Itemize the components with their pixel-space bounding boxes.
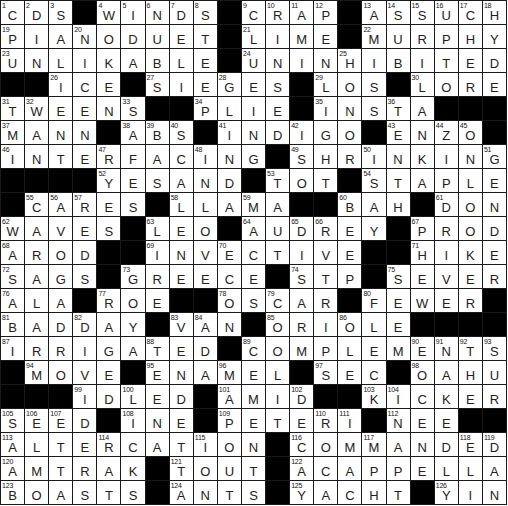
letter-cell-r16c14[interactable]: 97S (314, 361, 337, 384)
letter-cell-r5c15[interactable]: N (338, 97, 361, 120)
letter-cell-r12c11[interactable]: E (242, 265, 265, 288)
letter-cell-r19c8[interactable]: T (170, 433, 193, 456)
letter-cell-r7c17[interactable]: N (387, 145, 410, 168)
letter-cell-r14c13[interactable]: R (290, 313, 313, 336)
letter-cell-r7c14[interactable]: H (314, 145, 337, 168)
letter-cell-r3c4[interactable]: I (73, 49, 96, 72)
letter-cell-r4c14[interactable]: 29L (314, 73, 337, 96)
letter-cell-r3c20[interactable]: E (459, 49, 482, 72)
letter-cell-r18c17[interactable]: 112N (387, 409, 410, 432)
letter-cell-r3c2[interactable]: N (25, 49, 48, 72)
letter-cell-r15c18[interactable]: 90E (411, 337, 434, 360)
letter-cell-r2c16[interactable]: 22M (362, 25, 385, 48)
letter-cell-r19c7[interactable]: A (146, 433, 169, 456)
letter-cell-r2c18[interactable]: R (411, 25, 434, 48)
letter-cell-r13c10[interactable]: 78O (218, 289, 241, 312)
letter-cell-r3c13[interactable]: I (290, 49, 313, 72)
letter-cell-r15c17[interactable]: M (387, 337, 410, 360)
letter-cell-r9c5[interactable]: E (97, 193, 120, 216)
letter-cell-r6c18[interactable]: N (411, 121, 434, 144)
letter-cell-r5c2[interactable]: 32W (25, 97, 48, 120)
letter-cell-r8c14[interactable]: T (314, 169, 337, 192)
letter-cell-r20c6[interactable]: K (121, 457, 144, 480)
letter-cell-r19c14[interactable]: O (314, 433, 337, 456)
letter-cell-r6c6[interactable]: 38A (121, 121, 144, 144)
letter-cell-r15c13[interactable]: M (290, 337, 313, 360)
letter-cell-r12c4[interactable]: S (73, 265, 96, 288)
letter-cell-r10c11[interactable]: 64A (242, 217, 265, 240)
letter-cell-r12c3[interactable]: G (49, 265, 72, 288)
letter-cell-r21c8[interactable]: 124A (170, 481, 193, 504)
letter-cell-r20c5[interactable]: A (97, 457, 120, 480)
letter-cell-r18c2[interactable]: 106E (25, 409, 48, 432)
letter-cell-r20c18[interactable]: E (411, 457, 434, 480)
letter-cell-r13c13[interactable]: A (290, 289, 313, 312)
letter-cell-r2c2[interactable]: I (25, 25, 48, 48)
letter-cell-r10c14[interactable]: 66R (314, 217, 337, 240)
letter-cell-r6c7[interactable]: 39B (146, 121, 169, 144)
letter-cell-r16c3[interactable]: O (49, 361, 72, 384)
letter-cell-r14c15[interactable]: 86O (338, 313, 361, 336)
letter-cell-r21c17[interactable]: T (387, 481, 410, 504)
letter-cell-r6c17[interactable]: 43E (387, 121, 410, 144)
letter-cell-r18c11[interactable]: E (242, 409, 265, 432)
letter-cell-r2c19[interactable]: P (435, 25, 458, 48)
letter-cell-r8c7[interactable]: S (146, 169, 169, 192)
letter-cell-r20c19[interactable]: L (435, 457, 458, 480)
letter-cell-r9c2[interactable]: 55C (25, 193, 48, 216)
letter-cell-r10c21[interactable]: D (483, 217, 506, 240)
letter-cell-r2c21[interactable]: Y (483, 25, 506, 48)
letter-cell-r4c12[interactable]: S (266, 73, 289, 96)
letter-cell-r17c17[interactable]: 104I (387, 385, 410, 408)
letter-cell-r18c12[interactable]: T (266, 409, 289, 432)
letter-cell-r10c5[interactable]: S (97, 217, 120, 240)
letter-cell-r2c5[interactable]: O (97, 25, 120, 48)
letter-cell-r7c1[interactable]: 46I (1, 145, 24, 168)
letter-cell-r20c10[interactable]: U (218, 457, 241, 480)
letter-cell-r19c10[interactable]: O (218, 433, 241, 456)
letter-cell-r13c5[interactable]: 77R (97, 289, 120, 312)
letter-cell-r17c4[interactable]: 99I (73, 385, 96, 408)
letter-cell-r15c1[interactable]: 87I (1, 337, 24, 360)
letter-cell-r21c10[interactable]: T (218, 481, 241, 504)
letter-cell-r2c8[interactable]: E (170, 25, 193, 48)
letter-cell-r6c20[interactable]: 45O (459, 121, 482, 144)
letter-cell-r14c5[interactable]: A (97, 313, 120, 336)
letter-cell-r18c7[interactable]: N (146, 409, 169, 432)
letter-cell-r12c10[interactable]: C (218, 265, 241, 288)
letter-cell-r3c17[interactable]: B (387, 49, 410, 72)
letter-cell-r7c9[interactable]: 48I (194, 145, 217, 168)
letter-cell-r15c20[interactable]: 92T (459, 337, 482, 360)
letter-cell-r3c18[interactable]: I (411, 49, 434, 72)
letter-cell-r3c1[interactable]: 23U (1, 49, 24, 72)
letter-cell-r3c7[interactable]: B (146, 49, 169, 72)
letter-cell-r21c16[interactable]: H (362, 481, 385, 504)
letter-cell-r3c5[interactable]: K (97, 49, 120, 72)
letter-cell-r10c1[interactable]: 62W (1, 217, 24, 240)
letter-cell-r2c20[interactable]: H (459, 25, 482, 48)
letter-cell-r1c6[interactable]: 5I (121, 1, 144, 24)
letter-cell-r20c8[interactable]: 121T (170, 457, 193, 480)
letter-cell-r21c2[interactable]: O (25, 481, 48, 504)
letter-cell-r17c18[interactable]: C (411, 385, 434, 408)
letter-cell-r4c9[interactable]: E (194, 73, 217, 96)
letter-cell-r9c8[interactable]: 58L (170, 193, 193, 216)
letter-cell-r11c9[interactable]: V (194, 241, 217, 264)
letter-cell-r15c4[interactable]: I (73, 337, 96, 360)
letter-cell-r1c12[interactable]: 10R (266, 1, 289, 24)
letter-cell-r17c19[interactable]: K (435, 385, 458, 408)
letter-cell-r14c4[interactable]: 82D (73, 313, 96, 336)
letter-cell-r12c20[interactable]: E (459, 265, 482, 288)
letter-cell-r10c8[interactable]: E (170, 217, 193, 240)
letter-cell-r8c17[interactable]: T (387, 169, 410, 192)
letter-cell-r1c5[interactable]: 4W (97, 1, 120, 24)
letter-cell-r5c16[interactable]: S (362, 97, 385, 120)
letter-cell-r11c15[interactable]: E (338, 241, 361, 264)
letter-cell-r14c8[interactable]: 83V (170, 313, 193, 336)
letter-cell-r21c5[interactable]: T (97, 481, 120, 504)
letter-cell-r18c14[interactable]: 110R (314, 409, 337, 432)
letter-cell-r16c21[interactable]: U (483, 361, 506, 384)
letter-cell-r1c14[interactable]: 12P (314, 1, 337, 24)
letter-cell-r13c12[interactable]: 79C (266, 289, 289, 312)
letter-cell-r16c10[interactable]: 96M (218, 361, 241, 384)
letter-cell-r2c4[interactable]: 20N (73, 25, 96, 48)
letter-cell-r1c1[interactable]: 1C (1, 1, 24, 24)
letter-cell-r1c11[interactable]: 9C (242, 1, 265, 24)
letter-cell-r9c17[interactable]: H (387, 193, 410, 216)
letter-cell-r4c15[interactable]: O (338, 73, 361, 96)
letter-cell-r2c17[interactable]: U (387, 25, 410, 48)
letter-cell-r11c8[interactable]: N (170, 241, 193, 264)
letter-cell-r17c21[interactable]: R (483, 385, 506, 408)
letter-cell-r9c6[interactable]: S (121, 193, 144, 216)
letter-cell-r13c11[interactable]: S (242, 289, 265, 312)
letter-cell-r2c7[interactable]: U (146, 25, 169, 48)
letter-cell-r10c15[interactable]: E (338, 217, 361, 240)
letter-cell-r11c21[interactable]: E (483, 241, 506, 264)
letter-cell-r21c4[interactable]: S (73, 481, 96, 504)
letter-cell-r7c10[interactable]: N (218, 145, 241, 168)
letter-cell-r6c15[interactable]: O (338, 121, 361, 144)
letter-cell-r7c6[interactable]: F (121, 145, 144, 168)
letter-cell-r19c6[interactable]: C (121, 433, 144, 456)
letter-cell-r15c8[interactable]: E (170, 337, 193, 360)
letter-cell-r9c12[interactable]: A (266, 193, 289, 216)
letter-cell-r11c3[interactable]: O (49, 241, 72, 264)
letter-cell-r11c1[interactable]: 68A (1, 241, 24, 264)
letter-cell-r7c19[interactable]: I (435, 145, 458, 168)
letter-cell-r16c16[interactable]: C (362, 361, 385, 384)
letter-cell-r6c11[interactable]: N (242, 121, 265, 144)
letter-cell-r9c11[interactable]: 59M (242, 193, 265, 216)
letter-cell-r2c3[interactable]: A (49, 25, 72, 48)
letter-cell-r19c9[interactable]: 115I (194, 433, 217, 456)
letter-cell-r11c13[interactable]: I (290, 241, 313, 264)
letter-cell-r6c19[interactable]: 44Z (435, 121, 458, 144)
letter-cell-r19c13[interactable]: 116C (290, 433, 313, 456)
letter-cell-r5c9[interactable]: 34P (194, 97, 217, 120)
letter-cell-r20c13[interactable]: 122A (290, 457, 313, 480)
letter-cell-r7c4[interactable]: E (73, 145, 96, 168)
letter-cell-r4c8[interactable]: I (170, 73, 193, 96)
letter-cell-r20c4[interactable]: R (73, 457, 96, 480)
letter-cell-r3c19[interactable]: T (435, 49, 458, 72)
letter-cell-r16c19[interactable]: A (435, 361, 458, 384)
letter-cell-r1c8[interactable]: 7D (170, 1, 193, 24)
letter-cell-r19c1[interactable]: 113A (1, 433, 24, 456)
letter-cell-r3c8[interactable]: L (170, 49, 193, 72)
letter-cell-r12c9[interactable]: E (194, 265, 217, 288)
letter-cell-r3c11[interactable]: 24U (242, 49, 265, 72)
letter-cell-r9c4[interactable]: 57R (73, 193, 96, 216)
letter-cell-r7c7[interactable]: A (146, 145, 169, 168)
letter-cell-r10c3[interactable]: V (49, 217, 72, 240)
letter-cell-r4c4[interactable]: C (73, 73, 96, 96)
letter-cell-r19c19[interactable]: D (435, 433, 458, 456)
letter-cell-r4c18[interactable]: 30L (411, 73, 434, 96)
letter-cell-r19c3[interactable]: T (49, 433, 72, 456)
letter-cell-r9c10[interactable]: A (218, 193, 241, 216)
letter-cell-r13c1[interactable]: 76A (1, 289, 24, 312)
letter-cell-r16c18[interactable]: 98O (411, 361, 434, 384)
letter-cell-r18c10[interactable]: 109P (218, 409, 241, 432)
letter-cell-r13c17[interactable]: E (387, 289, 410, 312)
letter-cell-r4c5[interactable]: E (97, 73, 120, 96)
letter-cell-r21c3[interactable]: A (49, 481, 72, 504)
letter-cell-r8c6[interactable]: E (121, 169, 144, 192)
letter-cell-r19c15[interactable]: M (338, 433, 361, 456)
letter-cell-r10c16[interactable]: Y (362, 217, 385, 240)
letter-cell-r17c16[interactable]: 103K (362, 385, 385, 408)
letter-cell-r3c14[interactable]: N (314, 49, 337, 72)
letter-cell-r17c12[interactable]: I (266, 385, 289, 408)
letter-cell-r5c10[interactable]: L (218, 97, 241, 120)
letter-cell-r19c2[interactable]: L (25, 433, 48, 456)
letter-cell-r12c14[interactable]: T (314, 265, 337, 288)
letter-cell-r13c6[interactable]: O (121, 289, 144, 312)
letter-cell-r7c16[interactable]: 50I (362, 145, 385, 168)
letter-cell-r10c4[interactable]: E (73, 217, 96, 240)
letter-cell-r13c20[interactable]: R (459, 289, 482, 312)
letter-cell-r15c6[interactable]: A (121, 337, 144, 360)
letter-cell-r5c4[interactable]: E (73, 97, 96, 120)
letter-cell-r1c16[interactable]: 13A (362, 1, 385, 24)
letter-cell-r9c9[interactable]: L (194, 193, 217, 216)
letter-cell-r1c7[interactable]: 6N (146, 1, 169, 24)
letter-cell-r12c8[interactable]: E (170, 265, 193, 288)
letter-cell-r20c21[interactable]: A (483, 457, 506, 480)
letter-cell-r13c14[interactable]: R (314, 289, 337, 312)
letter-cell-r11c11[interactable]: C (242, 241, 265, 264)
letter-cell-r1c20[interactable]: 17C (459, 1, 482, 24)
letter-cell-r3c15[interactable]: 25H (338, 49, 361, 72)
letter-cell-r18c18[interactable]: E (411, 409, 434, 432)
letter-cell-r10c12[interactable]: U (266, 217, 289, 240)
letter-cell-r18c8[interactable]: E (170, 409, 193, 432)
letter-cell-r2c13[interactable]: M (290, 25, 313, 48)
letter-cell-r1c9[interactable]: 8S (194, 1, 217, 24)
letter-cell-r9c20[interactable]: O (459, 193, 482, 216)
letter-cell-r11c7[interactable]: 69I (146, 241, 169, 264)
letter-cell-r21c1[interactable]: 123B (1, 481, 24, 504)
letter-cell-r21c19[interactable]: 126Y (435, 481, 458, 504)
letter-cell-r3c12[interactable]: N (266, 49, 289, 72)
letter-cell-r19c16[interactable]: 117M (362, 433, 385, 456)
letter-cell-r21c21[interactable]: N (483, 481, 506, 504)
letter-cell-r10c2[interactable]: A (25, 217, 48, 240)
letter-cell-r3c3[interactable]: L (49, 49, 72, 72)
letter-cell-r21c6[interactable]: S (121, 481, 144, 504)
letter-cell-r3c16[interactable]: I (362, 49, 385, 72)
letter-cell-r2c9[interactable]: T (194, 25, 217, 48)
letter-cell-r2c12[interactable]: I (266, 25, 289, 48)
letter-cell-r14c3[interactable]: D (49, 313, 72, 336)
letter-cell-r14c16[interactable]: L (362, 313, 385, 336)
letter-cell-r15c12[interactable]: O (266, 337, 289, 360)
letter-cell-r14c9[interactable]: 84A (194, 313, 217, 336)
letter-cell-r11c12[interactable]: T (266, 241, 289, 264)
letter-cell-r4c3[interactable]: 26I (49, 73, 72, 96)
letter-cell-r5c18[interactable]: A (411, 97, 434, 120)
letter-cell-r15c19[interactable]: 91N (435, 337, 458, 360)
letter-cell-r6c14[interactable]: G (314, 121, 337, 144)
letter-cell-r1c21[interactable]: 18H (483, 1, 506, 24)
letter-cell-r5c1[interactable]: 31T (1, 97, 24, 120)
letter-cell-r18c15[interactable]: 111I (338, 409, 361, 432)
letter-cell-r15c15[interactable]: L (338, 337, 361, 360)
letter-cell-r21c20[interactable]: I (459, 481, 482, 504)
letter-cell-r7c15[interactable]: R (338, 145, 361, 168)
letter-cell-r15c5[interactable]: G (97, 337, 120, 360)
letter-cell-r16c7[interactable]: 95E (146, 361, 169, 384)
letter-cell-r16c11[interactable]: E (242, 361, 265, 384)
letter-cell-r18c13[interactable]: E (290, 409, 313, 432)
letter-cell-r12c7[interactable]: R (146, 265, 169, 288)
letter-cell-r19c20[interactable]: 118E (459, 433, 482, 456)
letter-cell-r8c9[interactable]: N (194, 169, 217, 192)
letter-cell-r11c10[interactable]: 70E (218, 241, 241, 264)
letter-cell-r14c10[interactable]: N (218, 313, 241, 336)
letter-cell-r16c4[interactable]: V (73, 361, 96, 384)
letter-cell-r7c13[interactable]: 49S (290, 145, 313, 168)
letter-cell-r11c19[interactable]: I (435, 241, 458, 264)
letter-cell-r19c17[interactable]: A (387, 433, 410, 456)
letter-cell-r1c3[interactable]: 3S (49, 1, 72, 24)
letter-cell-r4c16[interactable]: S (362, 73, 385, 96)
letter-cell-r14c17[interactable]: E (387, 313, 410, 336)
letter-cell-r19c11[interactable]: N (242, 433, 265, 456)
letter-cell-r13c2[interactable]: L (25, 289, 48, 312)
letter-cell-r20c17[interactable]: P (387, 457, 410, 480)
letter-cell-r9c21[interactable]: N (483, 193, 506, 216)
letter-cell-r17c7[interactable]: E (146, 385, 169, 408)
letter-cell-r5c3[interactable]: E (49, 97, 72, 120)
letter-cell-r18c1[interactable]: 105S (1, 409, 24, 432)
letter-cell-r20c15[interactable]: A (338, 457, 361, 480)
letter-cell-r4c19[interactable]: O (435, 73, 458, 96)
letter-cell-r9c19[interactable]: 61D (435, 193, 458, 216)
letter-cell-r8c16[interactable]: 54S (362, 169, 385, 192)
letter-cell-r14c12[interactable]: 85O (266, 313, 289, 336)
letter-cell-r15c16[interactable]: E (362, 337, 385, 360)
letter-cell-r21c14[interactable]: A (314, 481, 337, 504)
letter-cell-r16c9[interactable]: A (194, 361, 217, 384)
letter-cell-r4c11[interactable]: E (242, 73, 265, 96)
letter-cell-r15c14[interactable]: P (314, 337, 337, 360)
letter-cell-r21c11[interactable]: S (242, 481, 265, 504)
letter-cell-r14c6[interactable]: Y (121, 313, 144, 336)
letter-cell-r20c2[interactable]: M (25, 457, 48, 480)
letter-cell-r20c1[interactable]: 120A (1, 457, 24, 480)
letter-cell-r17c20[interactable]: E (459, 385, 482, 408)
letter-cell-r6c3[interactable]: N (49, 121, 72, 144)
letter-cell-r6c10[interactable]: 41I (218, 121, 241, 144)
letter-cell-r10c19[interactable]: R (435, 217, 458, 240)
letter-cell-r14c2[interactable]: A (25, 313, 48, 336)
letter-cell-r7c21[interactable]: 51G (483, 145, 506, 168)
letter-cell-r5c6[interactable]: 33S (121, 97, 144, 120)
letter-cell-r4c10[interactable]: 28G (218, 73, 241, 96)
letter-cell-r6c1[interactable]: 37M (1, 121, 24, 144)
letter-cell-r9c3[interactable]: 56A (49, 193, 72, 216)
letter-cell-r9c16[interactable]: A (362, 193, 385, 216)
letter-cell-r20c3[interactable]: T (49, 457, 72, 480)
letter-cell-r6c12[interactable]: D (266, 121, 289, 144)
letter-cell-r21c13[interactable]: 125Y (290, 481, 313, 504)
letter-cell-r5c11[interactable]: I (242, 97, 265, 120)
letter-cell-r10c20[interactable]: O (459, 217, 482, 240)
letter-cell-r20c14[interactable]: C (314, 457, 337, 480)
letter-cell-r8c20[interactable]: L (459, 169, 482, 192)
letter-cell-r12c15[interactable]: P (338, 265, 361, 288)
letter-cell-r10c18[interactable]: 67P (411, 217, 434, 240)
letter-cell-r1c18[interactable]: 15S (411, 1, 434, 24)
letter-cell-r12c6[interactable]: 73G (121, 265, 144, 288)
letter-cell-r12c2[interactable]: A (25, 265, 48, 288)
letter-cell-r14c14[interactable]: I (314, 313, 337, 336)
letter-cell-r8c5[interactable]: 52Y (97, 169, 120, 192)
letter-cell-r20c9[interactable]: O (194, 457, 217, 480)
letter-cell-r5c5[interactable]: N (97, 97, 120, 120)
letter-cell-r20c20[interactable]: L (459, 457, 482, 480)
letter-cell-r10c9[interactable]: O (194, 217, 217, 240)
letter-cell-r6c8[interactable]: 40S (170, 121, 193, 144)
letter-cell-r7c20[interactable]: N (459, 145, 482, 168)
letter-cell-r19c4[interactable]: E (73, 433, 96, 456)
letter-cell-r19c21[interactable]: 119D (483, 433, 506, 456)
letter-cell-r2c14[interactable]: E (314, 25, 337, 48)
letter-cell-r15c9[interactable]: D (194, 337, 217, 360)
letter-cell-r12c13[interactable]: 74S (290, 265, 313, 288)
letter-cell-r16c2[interactable]: 94M (25, 361, 48, 384)
letter-cell-r14c1[interactable]: 81B (1, 313, 24, 336)
letter-cell-r17c13[interactable]: 102D (290, 385, 313, 408)
letter-cell-r20c16[interactable]: P (362, 457, 385, 480)
letter-cell-r1c19[interactable]: 16U (435, 1, 458, 24)
letter-cell-r1c13[interactable]: 11A (290, 1, 313, 24)
letter-cell-r16c8[interactable]: N (170, 361, 193, 384)
letter-cell-r8c13[interactable]: O (290, 169, 313, 192)
letter-cell-r12c18[interactable]: E (411, 265, 434, 288)
letter-cell-r20c11[interactable]: T (242, 457, 265, 480)
letter-cell-r6c2[interactable]: A (25, 121, 48, 144)
letter-cell-r13c19[interactable]: E (435, 289, 458, 312)
letter-cell-r15c3[interactable]: R (49, 337, 72, 360)
